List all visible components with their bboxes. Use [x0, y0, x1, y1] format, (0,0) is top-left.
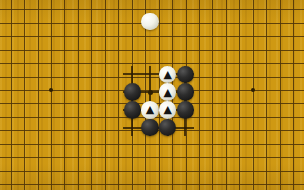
grid-line-vertical — [64, 0, 65, 190]
white-stone — [141, 13, 159, 31]
grid-line-vertical — [266, 0, 267, 190]
grid-line-horizontal — [0, 36, 304, 37]
grid-line-vertical — [293, 0, 294, 190]
grid-line-horizontal — [0, 50, 304, 51]
triangle-mark-icon: ▲ — [163, 86, 171, 97]
grid-line-vertical — [280, 0, 281, 190]
grid-line-vertical — [239, 0, 240, 190]
grid-line-vertical — [253, 0, 254, 190]
white-stone-triangle-marked: ▲ — [159, 66, 177, 84]
grid-line-vertical — [78, 0, 79, 190]
black-stone — [177, 83, 195, 101]
grid-line-vertical — [199, 0, 200, 190]
grid-line-vertical — [105, 0, 106, 190]
black-stone — [124, 83, 142, 101]
black-stone — [159, 119, 177, 137]
grid-line-horizontal — [0, 9, 304, 10]
grid-line-vertical — [51, 0, 52, 190]
grid-line-horizontal — [0, 144, 304, 145]
triangle-mark-icon: ▲ — [146, 104, 154, 115]
grid-line-horizontal — [0, 184, 304, 185]
black-stone — [124, 101, 142, 119]
white-stone-triangle-marked: ▲ — [159, 83, 177, 101]
black-stone — [177, 66, 195, 84]
star-point — [251, 88, 255, 92]
grid-line-vertical — [118, 0, 119, 190]
grid-line-horizontal — [0, 171, 304, 172]
grid-line-vertical — [91, 0, 92, 190]
grid-line-vertical — [11, 0, 12, 190]
star-point — [49, 88, 53, 92]
grid-line-vertical — [24, 0, 25, 190]
grid-line-horizontal — [0, 157, 304, 158]
white-stone-triangle-marked: ▲ — [141, 101, 159, 119]
diagram-star-point — [148, 90, 153, 95]
grid-line-vertical — [212, 0, 213, 190]
grid-line-vertical — [226, 0, 227, 190]
go-board: ▲▲▲▲ — [0, 0, 304, 190]
grid-line-horizontal — [0, 63, 304, 64]
white-stone-triangle-marked: ▲ — [159, 101, 177, 119]
black-stone — [177, 101, 195, 119]
grid-line-vertical — [38, 0, 39, 190]
black-stone — [141, 119, 159, 137]
triangle-mark-icon: ▲ — [163, 68, 171, 79]
triangle-mark-icon: ▲ — [163, 104, 171, 115]
grid-line-horizontal — [0, 77, 304, 78]
